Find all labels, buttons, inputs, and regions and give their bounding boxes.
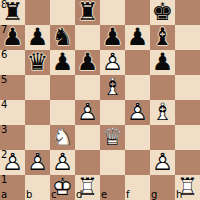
square-a6[interactable]: 6 (0, 50, 25, 75)
white-pawn[interactable]: ♙ (125, 100, 150, 125)
rank-label-1: 1 (1, 175, 7, 185)
white-rook[interactable]: ♖ (175, 175, 200, 200)
square-g3[interactable] (150, 125, 175, 150)
square-f8[interactable] (125, 0, 150, 25)
square-e3[interactable]: ♛♕ (100, 125, 125, 150)
square-h5[interactable] (175, 75, 200, 100)
black-pawn[interactable]: ♟ (25, 25, 50, 50)
square-f1[interactable]: f (125, 175, 150, 200)
black-rook[interactable]: ♜ (75, 0, 100, 25)
square-d6[interactable]: ♟ (75, 50, 100, 75)
white-pawn[interactable]: ♙ (50, 150, 75, 175)
file-label-f: f (126, 190, 130, 200)
square-c1[interactable]: c♚♔ (50, 175, 75, 200)
square-c3[interactable]: ♞♘ (50, 125, 75, 150)
square-b4[interactable] (25, 100, 50, 125)
white-pawn[interactable]: ♙ (75, 100, 100, 125)
square-c5[interactable] (50, 75, 75, 100)
white-bishop[interactable]: ♗ (100, 75, 125, 100)
square-a5[interactable]: 5 (0, 75, 25, 100)
square-c4[interactable] (50, 100, 75, 125)
square-a1[interactable]: 1a (0, 175, 25, 200)
file-label-b: b (26, 190, 32, 200)
square-e2[interactable] (100, 150, 125, 175)
square-b1[interactable]: b (25, 175, 50, 200)
rank-label-6: 6 (1, 50, 7, 60)
square-g1[interactable]: g (150, 175, 175, 200)
square-e7[interactable]: ♟ (100, 25, 125, 50)
square-g7[interactable]: ♝ (150, 25, 175, 50)
black-bishop[interactable]: ♝ (150, 25, 175, 50)
rank-label-5: 5 (1, 75, 7, 85)
black-rook[interactable]: ♜ (0, 0, 25, 25)
black-pawn[interactable]: ♟ (75, 50, 100, 75)
square-a3[interactable]: 3 (0, 125, 25, 150)
square-f4[interactable]: ♟♙ (125, 100, 150, 125)
square-h4[interactable] (175, 100, 200, 125)
square-b8[interactable] (25, 0, 50, 25)
square-f6[interactable] (125, 50, 150, 75)
square-b5[interactable] (25, 75, 50, 100)
square-d5[interactable] (75, 75, 100, 100)
square-c6[interactable]: ♟ (50, 50, 75, 75)
square-d2[interactable] (75, 150, 100, 175)
black-pawn[interactable]: ♟ (150, 50, 175, 75)
black-pawn[interactable]: ♟ (0, 25, 25, 50)
square-b7[interactable]: ♟ (25, 25, 50, 50)
white-queen[interactable]: ♕ (100, 125, 125, 150)
white-rook[interactable]: ♖ (75, 175, 100, 200)
square-f7[interactable]: ♟ (125, 25, 150, 50)
square-d4[interactable]: ♟♙ (75, 100, 100, 125)
square-g4[interactable]: ♝♗ (150, 100, 175, 125)
square-e4[interactable] (100, 100, 125, 125)
square-d3[interactable] (75, 125, 100, 150)
square-h3[interactable] (175, 125, 200, 150)
square-b2[interactable]: ♟♙ (25, 150, 50, 175)
rank-label-3: 3 (1, 125, 7, 135)
square-c7[interactable]: ♞ (50, 25, 75, 50)
square-h8[interactable] (175, 0, 200, 25)
white-king[interactable]: ♔ (50, 175, 75, 200)
square-e5[interactable]: ♝♗ (100, 75, 125, 100)
black-king[interactable]: ♚ (150, 0, 175, 25)
square-d8[interactable]: ♜ (75, 0, 100, 25)
white-pawn[interactable]: ♙ (0, 150, 25, 175)
square-g2[interactable]: ♟♙ (150, 150, 175, 175)
white-pawn[interactable]: ♙ (100, 50, 125, 75)
square-h7[interactable] (175, 25, 200, 50)
file-label-g: g (151, 190, 157, 200)
square-e1[interactable]: e (100, 175, 125, 200)
square-f5[interactable] (125, 75, 150, 100)
chess-board: 8♜♜♚7♟♟♞♟♟♝6♛♟♟♟♙♟5♝♗4♟♙♟♙♝♗3♞♘♛♕2♟♙♟♙♟♙… (0, 0, 200, 200)
square-b3[interactable] (25, 125, 50, 150)
square-d1[interactable]: d♜♖ (75, 175, 100, 200)
square-f3[interactable] (125, 125, 150, 150)
black-pawn[interactable]: ♟ (100, 25, 125, 50)
square-d7[interactable] (75, 25, 100, 50)
white-pawn[interactable]: ♙ (25, 150, 50, 175)
file-label-e: e (101, 190, 107, 200)
square-b6[interactable]: ♛ (25, 50, 50, 75)
white-bishop[interactable]: ♗ (150, 100, 175, 125)
square-a2[interactable]: 2♟♙ (0, 150, 25, 175)
square-h6[interactable] (175, 50, 200, 75)
square-a7[interactable]: 7♟ (0, 25, 25, 50)
white-pawn[interactable]: ♙ (150, 150, 175, 175)
square-h1[interactable]: h♜♖ (175, 175, 200, 200)
square-g5[interactable] (150, 75, 175, 100)
square-h2[interactable] (175, 150, 200, 175)
black-knight[interactable]: ♞ (50, 25, 75, 50)
square-f2[interactable] (125, 150, 150, 175)
white-knight[interactable]: ♘ (50, 125, 75, 150)
square-c8[interactable] (50, 0, 75, 25)
square-e6[interactable]: ♟♙ (100, 50, 125, 75)
square-a8[interactable]: 8♜ (0, 0, 25, 25)
square-a4[interactable]: 4 (0, 100, 25, 125)
square-g8[interactable]: ♚ (150, 0, 175, 25)
square-g6[interactable]: ♟ (150, 50, 175, 75)
black-queen[interactable]: ♛ (25, 50, 50, 75)
black-pawn[interactable]: ♟ (50, 50, 75, 75)
black-pawn[interactable]: ♟ (125, 25, 150, 50)
file-label-a: a (1, 190, 7, 200)
rank-label-4: 4 (1, 100, 7, 110)
square-e8[interactable] (100, 0, 125, 25)
square-c2[interactable]: ♟♙ (50, 150, 75, 175)
